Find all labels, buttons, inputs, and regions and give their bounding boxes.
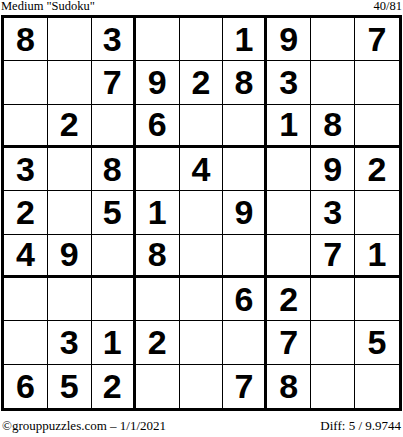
cell-r2c4[interactable]: 9 <box>136 61 180 104</box>
difficulty-text: Diff: 5 / 9.9744 <box>320 418 401 433</box>
cell-r8c2[interactable]: 3 <box>48 321 92 364</box>
cell-r6c2[interactable]: 9 <box>48 235 92 278</box>
cell-r1c8[interactable] <box>311 18 355 61</box>
cell-r9c8[interactable] <box>311 365 355 408</box>
cell-r7c9[interactable] <box>355 278 399 321</box>
cell-r7c7[interactable]: 2 <box>267 278 311 321</box>
cell-r2c3[interactable]: 7 <box>92 61 136 104</box>
sudoku-page: Medium "Sudoku" 40/81 831977928326183849… <box>0 0 403 437</box>
cell-r6c3[interactable] <box>92 235 136 278</box>
cell-r1c2[interactable] <box>48 18 92 61</box>
cell-r5c2[interactable] <box>48 191 92 234</box>
cell-r3c8[interactable]: 8 <box>311 105 355 148</box>
cell-r7c8[interactable] <box>311 278 355 321</box>
cell-r7c6[interactable]: 6 <box>223 278 267 321</box>
cell-r2c6[interactable]: 8 <box>223 61 267 104</box>
cell-r5c6[interactable]: 9 <box>223 191 267 234</box>
progress-counter: 40/81 <box>374 0 402 13</box>
cell-r2c2[interactable] <box>48 61 92 104</box>
cell-r3c6[interactable] <box>223 105 267 148</box>
cell-r5c4[interactable]: 1 <box>136 191 180 234</box>
cell-r9c4[interactable] <box>136 365 180 408</box>
cell-r7c2[interactable] <box>48 278 92 321</box>
cell-r9c5[interactable] <box>180 365 224 408</box>
cell-r8c9[interactable]: 5 <box>355 321 399 364</box>
cell-r8c8[interactable] <box>311 321 355 364</box>
cell-r1c7[interactable]: 9 <box>267 18 311 61</box>
cell-r2c8[interactable] <box>311 61 355 104</box>
cell-r4c8[interactable]: 9 <box>311 148 355 191</box>
cell-r3c3[interactable] <box>92 105 136 148</box>
cell-r1c9[interactable]: 7 <box>355 18 399 61</box>
cell-r9c2[interactable]: 5 <box>48 365 92 408</box>
cell-r2c9[interactable] <box>355 61 399 104</box>
cell-r4c9[interactable]: 2 <box>355 148 399 191</box>
cell-r8c4[interactable]: 2 <box>136 321 180 364</box>
footer: ©grouppuzzles.com – 1/1/2021 Diff: 5 / 9… <box>0 418 403 433</box>
cell-r4c4[interactable] <box>136 148 180 191</box>
cell-r9c9[interactable] <box>355 365 399 408</box>
cell-r2c1[interactable] <box>4 61 48 104</box>
cell-r8c7[interactable]: 7 <box>267 321 311 364</box>
cell-r1c1[interactable]: 8 <box>4 18 48 61</box>
cell-r3c1[interactable] <box>4 105 48 148</box>
cell-r4c5[interactable]: 4 <box>180 148 224 191</box>
cell-r6c6[interactable] <box>223 235 267 278</box>
cell-r1c6[interactable]: 1 <box>223 18 267 61</box>
cell-r2c5[interactable]: 2 <box>180 61 224 104</box>
cell-r4c7[interactable] <box>267 148 311 191</box>
cell-r7c1[interactable] <box>4 278 48 321</box>
cell-r4c6[interactable] <box>223 148 267 191</box>
cell-r1c3[interactable]: 3 <box>92 18 136 61</box>
cell-r6c9[interactable]: 1 <box>355 235 399 278</box>
cell-r8c3[interactable]: 1 <box>92 321 136 364</box>
cell-r1c5[interactable] <box>180 18 224 61</box>
cell-r8c6[interactable] <box>223 321 267 364</box>
cell-r3c9[interactable] <box>355 105 399 148</box>
cell-r6c7[interactable] <box>267 235 311 278</box>
cell-r5c3[interactable]: 5 <box>92 191 136 234</box>
cell-r3c5[interactable] <box>180 105 224 148</box>
cell-r5c7[interactable] <box>267 191 311 234</box>
cell-r7c3[interactable] <box>92 278 136 321</box>
cell-r7c4[interactable] <box>136 278 180 321</box>
cell-r5c1[interactable]: 2 <box>4 191 48 234</box>
cell-r8c5[interactable] <box>180 321 224 364</box>
cell-r3c2[interactable]: 2 <box>48 105 92 148</box>
cell-r4c3[interactable]: 8 <box>92 148 136 191</box>
cell-r7c5[interactable] <box>180 278 224 321</box>
cell-r5c9[interactable] <box>355 191 399 234</box>
cell-r8c1[interactable] <box>4 321 48 364</box>
header: Medium "Sudoku" 40/81 <box>0 0 403 15</box>
page-title: Medium "Sudoku" <box>1 0 95 13</box>
cell-r4c1[interactable]: 3 <box>4 148 48 191</box>
cell-r5c8[interactable]: 3 <box>311 191 355 234</box>
cell-r6c5[interactable] <box>180 235 224 278</box>
cell-r2c7[interactable]: 3 <box>267 61 311 104</box>
cell-r3c4[interactable]: 6 <box>136 105 180 148</box>
cell-r9c3[interactable]: 2 <box>92 365 136 408</box>
cell-r6c4[interactable]: 8 <box>136 235 180 278</box>
cell-r1c4[interactable] <box>136 18 180 61</box>
cell-r9c7[interactable]: 8 <box>267 365 311 408</box>
cell-r3c7[interactable]: 1 <box>267 105 311 148</box>
sudoku-board: 8319779283261838492251934987162312756527… <box>1 15 402 411</box>
cell-r5c5[interactable] <box>180 191 224 234</box>
cell-r6c1[interactable]: 4 <box>4 235 48 278</box>
copyright-text: ©grouppuzzles.com – 1/1/2021 <box>2 418 166 433</box>
cell-r9c1[interactable]: 6 <box>4 365 48 408</box>
cell-r9c6[interactable]: 7 <box>223 365 267 408</box>
cell-r4c2[interactable] <box>48 148 92 191</box>
cell-r6c8[interactable]: 7 <box>311 235 355 278</box>
